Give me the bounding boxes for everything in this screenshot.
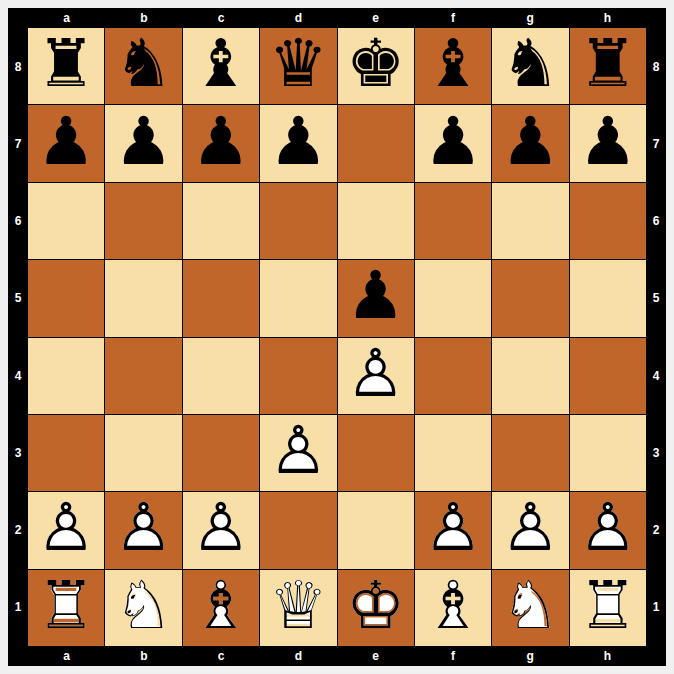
file-label-f: f [414, 646, 491, 666]
black-queen-d8[interactable]: ♛ [260, 28, 336, 104]
square-e3[interactable] [338, 415, 414, 491]
black-knight-b8[interactable]: ♞ [105, 28, 181, 104]
piece-outline: ♕ [260, 570, 336, 646]
square-f4[interactable] [415, 338, 491, 414]
black-knight-g8[interactable]: ♞ [492, 28, 568, 104]
square-c4[interactable] [183, 338, 259, 414]
rank-label-2: 2 [646, 492, 666, 569]
square-d1[interactable]: ♛♕ [260, 570, 336, 646]
square-g4[interactable] [492, 338, 568, 414]
piece-fill: ♟ [183, 105, 259, 181]
white-pawn-g2[interactable]: ♟♙ [492, 492, 568, 568]
square-g2[interactable]: ♟♙ [492, 492, 568, 568]
piece-outline: ♙ [338, 338, 414, 414]
piece-fill: ♚ [338, 28, 414, 104]
rank-label-4: 4 [8, 337, 28, 414]
square-g5[interactable] [492, 260, 568, 336]
square-f5[interactable] [415, 260, 491, 336]
square-d8[interactable]: ♛ [260, 28, 336, 104]
piece-fill: ♟ [28, 105, 104, 181]
black-pawn-h7[interactable]: ♟ [570, 105, 646, 181]
chess-board[interactable]: ♜♞♝♛♚♝♞♜♟♟♟♟♟♟♟♟♟♙♟♙♟♙♟♙♟♙♟♙♟♙♟♙♜♖♞♘♝♗♛♕… [28, 28, 646, 646]
piece-fill: ♝ [415, 28, 491, 104]
square-d6[interactable] [260, 183, 336, 259]
white-pawn-h2[interactable]: ♟♙ [570, 492, 646, 568]
white-pawn-b2[interactable]: ♟♙ [105, 492, 181, 568]
white-knight-g1[interactable]: ♞♘ [492, 570, 568, 646]
black-pawn-g7[interactable]: ♟ [492, 105, 568, 181]
file-labels-bottom: abcdefgh [28, 646, 646, 666]
square-b2[interactable]: ♟♙ [105, 492, 181, 568]
square-e5[interactable]: ♟ [338, 260, 414, 336]
piece-outline: ♙ [570, 492, 646, 568]
file-label-d: d [260, 646, 337, 666]
piece-outline: ♔ [338, 570, 414, 646]
square-h3[interactable] [570, 415, 646, 491]
square-d4[interactable] [260, 338, 336, 414]
square-a1[interactable]: ♜♖ [28, 570, 104, 646]
file-label-c: c [183, 646, 260, 666]
piece-outline: ♘ [492, 570, 568, 646]
square-h2[interactable]: ♟♙ [570, 492, 646, 568]
rank-label-1: 1 [646, 569, 666, 646]
square-g3[interactable] [492, 415, 568, 491]
piece-outline: ♘ [105, 570, 181, 646]
white-bishop-f1[interactable]: ♝♗ [415, 570, 491, 646]
square-b7[interactable]: ♟ [105, 105, 181, 181]
square-d3[interactable]: ♟♙ [260, 415, 336, 491]
rank-label-3: 3 [8, 414, 28, 491]
square-b8[interactable]: ♞ [105, 28, 181, 104]
square-f7[interactable]: ♟ [415, 105, 491, 181]
black-pawn-a7[interactable]: ♟ [28, 105, 104, 181]
square-f2[interactable]: ♟♙ [415, 492, 491, 568]
black-pawn-f7[interactable]: ♟ [415, 105, 491, 181]
rank-label-6: 6 [646, 183, 666, 260]
square-f3[interactable] [415, 415, 491, 491]
black-pawn-b7[interactable]: ♟ [105, 105, 181, 181]
white-pawn-f2[interactable]: ♟♙ [415, 492, 491, 568]
black-pawn-d7[interactable]: ♟ [260, 105, 336, 181]
piece-outline: ♙ [415, 492, 491, 568]
piece-outline: ♙ [28, 492, 104, 568]
rank-label-6: 6 [8, 183, 28, 260]
square-a4[interactable] [28, 338, 104, 414]
square-c1[interactable]: ♝♗ [183, 570, 259, 646]
square-a3[interactable] [28, 415, 104, 491]
square-h4[interactable] [570, 338, 646, 414]
piece-fill: ♝ [183, 28, 259, 104]
piece-outline: ♙ [492, 492, 568, 568]
square-a8[interactable]: ♜ [28, 28, 104, 104]
black-bishop-c8[interactable]: ♝ [183, 28, 259, 104]
square-h7[interactable]: ♟ [570, 105, 646, 181]
square-f1[interactable]: ♝♗ [415, 570, 491, 646]
white-pawn-d3[interactable]: ♟♙ [260, 415, 336, 491]
square-e1[interactable]: ♚♔ [338, 570, 414, 646]
square-h1[interactable]: ♜♖ [570, 570, 646, 646]
white-bishop-c1[interactable]: ♝♗ [183, 570, 259, 646]
square-a2[interactable]: ♟♙ [28, 492, 104, 568]
rank-label-4: 4 [646, 337, 666, 414]
piece-fill: ♜ [570, 28, 646, 104]
white-rook-a1[interactable]: ♜♖ [28, 570, 104, 646]
square-b5[interactable] [105, 260, 181, 336]
file-label-a: a [28, 646, 105, 666]
square-a5[interactable] [28, 260, 104, 336]
white-king-e1[interactable]: ♚♔ [338, 570, 414, 646]
piece-fill: ♟ [492, 105, 568, 181]
black-pawn-c7[interactable]: ♟ [183, 105, 259, 181]
piece-outline: ♙ [183, 492, 259, 568]
square-b6[interactable] [105, 183, 181, 259]
square-c5[interactable] [183, 260, 259, 336]
square-e2[interactable] [338, 492, 414, 568]
piece-fill: ♟ [338, 260, 414, 336]
square-h5[interactable] [570, 260, 646, 336]
square-c7[interactable]: ♟ [183, 105, 259, 181]
white-queen-d1[interactable]: ♛♕ [260, 570, 336, 646]
rank-label-8: 8 [8, 28, 28, 105]
rank-label-3: 3 [646, 414, 666, 491]
rank-label-7: 7 [8, 105, 28, 182]
square-d2[interactable] [260, 492, 336, 568]
piece-outline: ♙ [105, 492, 181, 568]
square-e6[interactable] [338, 183, 414, 259]
rank-label-7: 7 [646, 105, 666, 182]
white-rook-h1[interactable]: ♜♖ [570, 570, 646, 646]
square-c2[interactable]: ♟♙ [183, 492, 259, 568]
file-label-g: g [492, 646, 569, 666]
black-rook-a8[interactable]: ♜ [28, 28, 104, 104]
black-king-e8[interactable]: ♚ [338, 28, 414, 104]
square-e4[interactable]: ♟♙ [338, 338, 414, 414]
black-rook-h8[interactable]: ♜ [570, 28, 646, 104]
piece-fill: ♟ [570, 105, 646, 181]
board-frame: abcdefgh 87654321 ♜♞♝♛♚♝♞♜♟♟♟♟♟♟♟♟♟♙♟♙♟♙… [8, 8, 666, 666]
white-knight-b1[interactable]: ♞♘ [105, 570, 181, 646]
black-pawn-e5[interactable]: ♟ [338, 260, 414, 336]
piece-fill: ♟ [415, 105, 491, 181]
square-a7[interactable]: ♟ [28, 105, 104, 181]
piece-fill: ♟ [260, 105, 336, 181]
piece-fill: ♟ [105, 105, 181, 181]
square-b1[interactable]: ♞♘ [105, 570, 181, 646]
square-e8[interactable]: ♚ [338, 28, 414, 104]
file-label-b: b [105, 646, 182, 666]
piece-outline: ♙ [260, 415, 336, 491]
square-g8[interactable]: ♞ [492, 28, 568, 104]
file-label-e: e [337, 646, 414, 666]
black-bishop-f8[interactable]: ♝ [415, 28, 491, 104]
piece-fill: ♜ [28, 28, 104, 104]
page: { "game": "chess", "position": { "fen": … [0, 0, 674, 674]
white-pawn-c2[interactable]: ♟♙ [183, 492, 259, 568]
square-e7[interactable] [338, 105, 414, 181]
piece-outline: ♗ [415, 570, 491, 646]
rank-label-5: 5 [646, 260, 666, 337]
square-c3[interactable] [183, 415, 259, 491]
white-pawn-a2[interactable]: ♟♙ [28, 492, 104, 568]
square-d5[interactable] [260, 260, 336, 336]
file-label-h: h [569, 646, 646, 666]
square-a6[interactable] [28, 183, 104, 259]
square-g1[interactable]: ♞♘ [492, 570, 568, 646]
square-b3[interactable] [105, 415, 181, 491]
square-h8[interactable]: ♜ [570, 28, 646, 104]
rank-label-8: 8 [646, 28, 666, 105]
rank-label-1: 1 [8, 569, 28, 646]
square-f6[interactable] [415, 183, 491, 259]
piece-outline: ♖ [28, 570, 104, 646]
rank-label-5: 5 [8, 260, 28, 337]
square-f8[interactable]: ♝ [415, 28, 491, 104]
square-c6[interactable] [183, 183, 259, 259]
white-pawn-e4[interactable]: ♟♙ [338, 338, 414, 414]
piece-fill: ♞ [492, 28, 568, 104]
square-d7[interactable]: ♟ [260, 105, 336, 181]
rank-label-2: 2 [8, 492, 28, 569]
square-g7[interactable]: ♟ [492, 105, 568, 181]
rank-labels-left: 87654321 [8, 28, 28, 646]
square-g6[interactable] [492, 183, 568, 259]
square-c8[interactable]: ♝ [183, 28, 259, 104]
piece-outline: ♖ [570, 570, 646, 646]
rank-labels-right: 87654321 [646, 28, 666, 646]
piece-fill: ♛ [260, 28, 336, 104]
square-b4[interactable] [105, 338, 181, 414]
piece-outline: ♗ [183, 570, 259, 646]
square-h6[interactable] [570, 183, 646, 259]
piece-fill: ♞ [105, 28, 181, 104]
